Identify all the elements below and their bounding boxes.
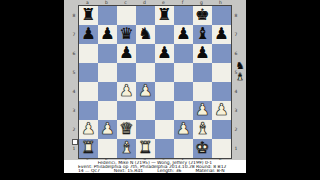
next-move-text: Next: 15.Rd1	[114, 169, 143, 173]
white-pawn-icon: ♟	[79, 120, 98, 139]
square-e7[interactable]	[155, 25, 174, 44]
white-bishop-icon: ♝	[117, 139, 136, 158]
chess-board: ♜♜♚♟♟♛♞♟♝♟♟♟♟♟♟♟♟♟♟♛♟♝♜♝♜♚	[78, 5, 232, 159]
black-queen-icon: ♛	[117, 25, 136, 44]
square-a5[interactable]	[79, 63, 98, 82]
square-c4[interactable]: ♟	[117, 82, 136, 101]
square-a7[interactable]: ♟	[79, 25, 98, 44]
square-d1[interactable]: ♜	[136, 139, 155, 158]
square-d8[interactable]	[136, 6, 155, 25]
white-pawn-icon: ♟	[174, 120, 193, 139]
square-c8[interactable]	[117, 6, 136, 25]
square-d4[interactable]: ♟	[136, 82, 155, 101]
square-b5[interactable]	[98, 63, 117, 82]
square-d6[interactable]	[136, 44, 155, 63]
square-b4[interactable]	[98, 82, 117, 101]
square-a1[interactable]: ♜	[79, 139, 98, 158]
square-e5[interactable]	[155, 63, 174, 82]
square-g1[interactable]: ♚	[193, 139, 212, 158]
last-move-text: 14 ... Qc7	[78, 169, 100, 173]
rank-label-4: 4	[233, 82, 239, 101]
black-rook-icon: ♜	[155, 6, 174, 25]
square-e2[interactable]	[155, 120, 174, 139]
square-a6[interactable]	[79, 44, 98, 63]
square-b7[interactable]: ♟	[98, 25, 117, 44]
square-g7[interactable]: ♝	[193, 25, 212, 44]
black-pawn-icon: ♟	[98, 25, 117, 44]
square-f2[interactable]: ♟	[174, 120, 193, 139]
black-pawn-icon: ♟	[79, 25, 98, 44]
square-g5[interactable]	[193, 63, 212, 82]
square-h5[interactable]	[212, 63, 231, 82]
square-h8[interactable]	[212, 6, 231, 25]
rank-label-1: 1	[233, 139, 239, 158]
rank-label-4: 4	[71, 82, 77, 101]
square-e1[interactable]	[155, 139, 174, 158]
white-king-icon: ♚	[193, 139, 212, 158]
rank-label-6: 6	[71, 44, 77, 63]
square-b8[interactable]	[98, 6, 117, 25]
square-f4[interactable]	[174, 82, 193, 101]
white-rook-icon: ♜	[79, 139, 98, 158]
square-a2[interactable]: ♟	[79, 120, 98, 139]
square-e6[interactable]: ♟	[155, 44, 174, 63]
black-knight-icon: ♞	[136, 25, 155, 44]
white-pawn-icon: ♟	[117, 82, 136, 101]
square-e4[interactable]	[155, 82, 174, 101]
square-g3[interactable]: ♟	[193, 101, 212, 120]
black-king-icon: ♚	[193, 6, 212, 25]
rank-label-2: 2	[233, 120, 239, 139]
square-b3[interactable]	[98, 101, 117, 120]
black-bishop-icon: ♝	[193, 25, 212, 44]
square-d3[interactable]	[136, 101, 155, 120]
square-f5[interactable]	[174, 63, 193, 82]
black-knight-icon: ♞	[234, 60, 246, 71]
game-info-strip: Federici, Mike N (2195) — Wong, Jeffery …	[64, 160, 246, 173]
square-f3[interactable]	[174, 101, 193, 120]
square-e3[interactable]	[155, 101, 174, 120]
square-e8[interactable]: ♜	[155, 6, 174, 25]
square-f7[interactable]: ♟	[174, 25, 193, 44]
white-rook-icon: ♜	[136, 139, 155, 158]
square-c1[interactable]: ♝	[117, 139, 136, 158]
square-a4[interactable]	[79, 82, 98, 101]
square-h3[interactable]: ♟	[212, 101, 231, 120]
material-text: Material: B-N	[195, 169, 224, 173]
rank-label-2: 2	[71, 120, 77, 139]
square-g6[interactable]: ♟	[193, 44, 212, 63]
white-pawn-icon: ♟	[98, 120, 117, 139]
white-pawn-icon: ♟	[212, 101, 231, 120]
square-f1[interactable]	[174, 139, 193, 158]
square-d2[interactable]	[136, 120, 155, 139]
square-h7[interactable]: ♟	[212, 25, 231, 44]
square-f8[interactable]	[174, 6, 193, 25]
move-status-line: 14 ... Qc7 Next: 15.Rd1 Length: 36 Mater…	[64, 169, 246, 173]
white-to-move-indicator	[72, 139, 78, 145]
square-b6[interactable]	[98, 44, 117, 63]
white-bishop-icon: ♝	[193, 120, 212, 139]
white-pawn-icon: ♟	[136, 82, 155, 101]
square-h1[interactable]	[212, 139, 231, 158]
rank-label-7: 7	[71, 25, 77, 44]
rank-label-8: 8	[233, 6, 239, 25]
rank-label-3: 3	[233, 101, 239, 120]
square-c3[interactable]	[117, 101, 136, 120]
square-d7[interactable]: ♞	[136, 25, 155, 44]
rank-label-7: 7	[233, 25, 239, 44]
white-pawn-icon: ♟	[193, 101, 212, 120]
black-rook-icon: ♜	[79, 6, 98, 25]
square-g8[interactable]: ♚	[193, 6, 212, 25]
square-b1[interactable]	[98, 139, 117, 158]
square-c6[interactable]: ♟	[117, 44, 136, 63]
square-f6[interactable]	[174, 44, 193, 63]
rank-labels-right: 87654321	[233, 6, 239, 158]
black-pawn-icon: ♟	[193, 44, 212, 63]
black-pawn-icon: ♟	[155, 44, 174, 63]
rank-label-5: 5	[71, 63, 77, 82]
material-tray: ♞♝	[234, 60, 246, 82]
black-pawn-icon: ♟	[174, 25, 193, 44]
square-d5[interactable]	[136, 63, 155, 82]
rank-label-8: 8	[71, 6, 77, 25]
square-h2[interactable]	[212, 120, 231, 139]
rank-label-3: 3	[71, 101, 77, 120]
rank-labels-left: 87654321	[71, 6, 77, 158]
square-c2[interactable]: ♛	[117, 120, 136, 139]
square-a3[interactable]	[79, 101, 98, 120]
square-h4[interactable]	[212, 82, 231, 101]
square-h6[interactable]	[212, 44, 231, 63]
black-pawn-icon: ♟	[212, 25, 231, 44]
square-a8[interactable]: ♜	[79, 6, 98, 25]
black-pawn-icon: ♟	[117, 44, 136, 63]
square-g2[interactable]: ♝	[193, 120, 212, 139]
game-length-text: Length: 36	[157, 169, 181, 173]
square-g4[interactable]	[193, 82, 212, 101]
white-bishop-icon: ♝	[234, 71, 246, 82]
square-c5[interactable]	[117, 63, 136, 82]
white-queen-icon: ♛	[117, 120, 136, 139]
board-panel: abcdefgh 87654321 ♜♜♚♟♟♛♞♟♝♟♟♟♟♟♟♟♟♟♟♛♟♝…	[64, 0, 246, 160]
square-c7[interactable]: ♛	[117, 25, 136, 44]
square-b2[interactable]: ♟	[98, 120, 117, 139]
